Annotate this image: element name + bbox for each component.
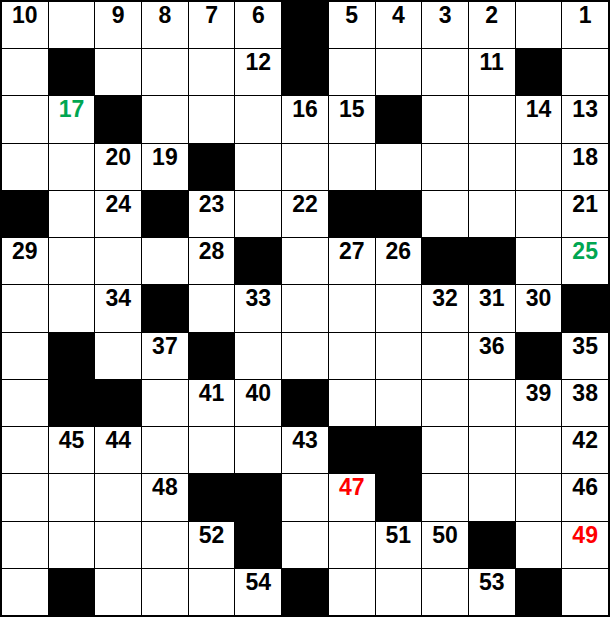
- white-cell-r10c5[interactable]: [189, 427, 235, 473]
- white-cell-r9c9[interactable]: [376, 380, 422, 426]
- clue-number-41: 41: [199, 380, 225, 405]
- white-cell-r4c1[interactable]: [2, 144, 48, 190]
- clue-number-23: 23: [199, 191, 225, 216]
- clue-number-13: 13: [572, 96, 598, 121]
- clue-number-31: 31: [479, 285, 505, 310]
- black-cell-r11c5: [189, 474, 235, 520]
- white-cell-r13c3[interactable]: [95, 569, 141, 615]
- clue-number-54: 54: [246, 569, 272, 594]
- white-cell-r2c4[interactable]: [142, 49, 188, 95]
- clue-number-3: 3: [439, 2, 452, 27]
- black-cell-r5c1: [2, 191, 48, 237]
- white-cell-r8c1[interactable]: [2, 333, 48, 379]
- white-cell-r5c3[interactable]: 24: [95, 191, 141, 237]
- white-cell-r12c5[interactable]: 52: [189, 522, 235, 568]
- white-cell-r2c8[interactable]: [329, 49, 375, 95]
- white-cell-r3c4[interactable]: [142, 96, 188, 142]
- black-cell-r2c2: [49, 49, 95, 95]
- white-cell-r10c13[interactable]: 42: [562, 427, 608, 473]
- white-cell-r3c2[interactable]: 17: [49, 96, 95, 142]
- white-cell-r1c2[interactable]: [49, 2, 95, 48]
- white-cell-r7c3[interactable]: 34: [95, 285, 141, 331]
- white-cell-r11c8[interactable]: 47: [329, 474, 375, 520]
- white-cell-r12c9[interactable]: 51: [376, 522, 422, 568]
- clue-number-27: 27: [339, 238, 365, 263]
- white-cell-r4c11[interactable]: [469, 144, 515, 190]
- white-cell-r13c6[interactable]: 54: [235, 569, 281, 615]
- clue-number-44: 44: [105, 427, 131, 452]
- clue-number-38: 38: [572, 380, 598, 405]
- clue-number-22: 22: [292, 191, 318, 216]
- white-cell-r10c6[interactable]: [235, 427, 281, 473]
- white-cell-r11c3[interactable]: [95, 474, 141, 520]
- white-cell-r6c1[interactable]: 29: [2, 238, 48, 284]
- white-cell-r9c6[interactable]: 40: [235, 380, 281, 426]
- white-cell-r1c11[interactable]: 2: [469, 2, 515, 48]
- white-cell-r12c13[interactable]: 49: [562, 522, 608, 568]
- white-cell-r3c10[interactable]: [422, 96, 468, 142]
- black-cell-r13c2: [49, 569, 95, 615]
- white-cell-r8c11[interactable]: 36: [469, 333, 515, 379]
- white-cell-r9c10[interactable]: [422, 380, 468, 426]
- white-cell-r5c6[interactable]: [235, 191, 281, 237]
- white-cell-r2c1[interactable]: [2, 49, 48, 95]
- white-cell-r5c11[interactable]: [469, 191, 515, 237]
- white-cell-r13c5[interactable]: [189, 569, 235, 615]
- white-cell-r8c8[interactable]: [329, 333, 375, 379]
- black-cell-r12c6: [235, 522, 281, 568]
- black-cell-r10c9: [376, 427, 422, 473]
- white-cell-r13c11[interactable]: 53: [469, 569, 515, 615]
- white-cell-r13c9[interactable]: [376, 569, 422, 615]
- white-cell-r2c6[interactable]: 12: [235, 49, 281, 95]
- clue-number-28: 28: [199, 238, 225, 263]
- white-cell-r5c10[interactable]: [422, 191, 468, 237]
- clue-number-51: 51: [386, 522, 412, 547]
- clue-number-29: 29: [12, 238, 38, 263]
- white-cell-r3c1[interactable]: [2, 96, 48, 142]
- white-cell-r2c3[interactable]: [95, 49, 141, 95]
- white-cell-r11c13[interactable]: 46: [562, 474, 608, 520]
- white-cell-r12c2[interactable]: [49, 522, 95, 568]
- white-cell-r7c1[interactable]: [2, 285, 48, 331]
- clue-number-26: 26: [386, 238, 412, 263]
- clue-number-21: 21: [572, 191, 598, 216]
- clue-number-47: 47: [339, 474, 365, 499]
- black-cell-r12c11: [469, 522, 515, 568]
- white-cell-r6c9[interactable]: 26: [376, 238, 422, 284]
- white-cell-r8c13[interactable]: 35: [562, 333, 608, 379]
- white-cell-r10c4[interactable]: [142, 427, 188, 473]
- white-cell-r3c12[interactable]: 14: [516, 96, 562, 142]
- clue-number-7: 7: [205, 2, 218, 27]
- clue-number-48: 48: [152, 474, 178, 499]
- clue-number-6: 6: [252, 2, 265, 27]
- white-cell-r5c2[interactable]: [49, 191, 95, 237]
- clue-number-45: 45: [59, 427, 85, 452]
- clue-number-36: 36: [479, 333, 505, 358]
- clue-number-12: 12: [246, 49, 272, 74]
- white-cell-r3c8[interactable]: 15: [329, 96, 375, 142]
- black-cell-r13c7: [282, 569, 328, 615]
- white-cell-r1c6[interactable]: 6: [235, 2, 281, 48]
- clue-number-8: 8: [159, 2, 172, 27]
- white-cell-r4c7[interactable]: [282, 144, 328, 190]
- white-cell-r6c5[interactable]: 28: [189, 238, 235, 284]
- black-cell-r7c4: [142, 285, 188, 331]
- white-cell-r1c13[interactable]: 1: [562, 2, 608, 48]
- clue-number-43: 43: [292, 427, 318, 452]
- white-cell-r12c3[interactable]: [95, 522, 141, 568]
- clue-number-2: 2: [485, 2, 498, 27]
- white-cell-r4c9[interactable]: [376, 144, 422, 190]
- white-cell-r1c10[interactable]: 3: [422, 2, 468, 48]
- clue-number-34: 34: [105, 285, 131, 310]
- black-cell-r8c2: [49, 333, 95, 379]
- black-cell-r11c9: [376, 474, 422, 520]
- clue-number-20: 20: [105, 144, 131, 169]
- clue-number-24: 24: [105, 191, 131, 216]
- clue-number-10: 10: [12, 2, 38, 27]
- clue-number-4: 4: [392, 2, 405, 27]
- white-cell-r11c4[interactable]: 48: [142, 474, 188, 520]
- black-cell-r1c7: [282, 2, 328, 48]
- white-cell-r10c12[interactable]: [516, 427, 562, 473]
- black-cell-r5c8: [329, 191, 375, 237]
- white-cell-r6c2[interactable]: [49, 238, 95, 284]
- white-cell-r13c13[interactable]: [562, 569, 608, 615]
- black-cell-r4c5: [189, 144, 235, 190]
- clue-number-46: 46: [572, 474, 598, 499]
- white-cell-r11c11[interactable]: [469, 474, 515, 520]
- white-cell-r9c1[interactable]: [2, 380, 48, 426]
- white-cell-r4c2[interactable]: [49, 144, 95, 190]
- black-cell-r3c9: [376, 96, 422, 142]
- white-cell-r10c1[interactable]: [2, 427, 48, 473]
- white-cell-r4c3[interactable]: 20: [95, 144, 141, 190]
- clue-number-19: 19: [152, 144, 178, 169]
- white-cell-r7c10[interactable]: 32: [422, 285, 468, 331]
- white-cell-r3c7[interactable]: 16: [282, 96, 328, 142]
- clue-number-14: 14: [526, 96, 552, 121]
- white-cell-r8c3[interactable]: [95, 333, 141, 379]
- white-cell-r6c8[interactable]: 27: [329, 238, 375, 284]
- white-cell-r6c13[interactable]: 25: [562, 238, 608, 284]
- clue-number-53: 53: [479, 569, 505, 594]
- white-cell-r9c13[interactable]: 38: [562, 380, 608, 426]
- white-cell-r2c10[interactable]: [422, 49, 468, 95]
- white-cell-r9c11[interactable]: [469, 380, 515, 426]
- black-cell-r11c6: [235, 474, 281, 520]
- clue-number-16: 16: [292, 96, 318, 121]
- clue-number-40: 40: [246, 380, 272, 405]
- clue-number-52: 52: [199, 522, 225, 547]
- white-cell-r2c13[interactable]: [562, 49, 608, 95]
- white-cell-r10c11[interactable]: [469, 427, 515, 473]
- clue-number-49: 49: [572, 522, 598, 547]
- white-cell-r13c10[interactable]: [422, 569, 468, 615]
- white-cell-r8c7[interactable]: [282, 333, 328, 379]
- white-cell-r8c6[interactable]: [235, 333, 281, 379]
- white-cell-r1c5[interactable]: 7: [189, 2, 235, 48]
- white-cell-r1c4[interactable]: 8: [142, 2, 188, 48]
- white-cell-r4c4[interactable]: 19: [142, 144, 188, 190]
- white-cell-r10c7[interactable]: 43: [282, 427, 328, 473]
- clue-number-30: 30: [526, 285, 552, 310]
- white-cell-r9c12[interactable]: 39: [516, 380, 562, 426]
- white-cell-r7c6[interactable]: 33: [235, 285, 281, 331]
- white-cell-r1c3[interactable]: 9: [95, 2, 141, 48]
- white-cell-r1c12[interactable]: [516, 2, 562, 48]
- crossword-grid: 1098765432112111716151413201918242322212…: [0, 0, 610, 617]
- clue-number-5: 5: [345, 2, 358, 27]
- white-cell-r6c7[interactable]: [282, 238, 328, 284]
- white-cell-r5c7[interactable]: 22: [282, 191, 328, 237]
- white-cell-r6c12[interactable]: [516, 238, 562, 284]
- white-cell-r8c4[interactable]: 37: [142, 333, 188, 379]
- white-cell-r12c4[interactable]: [142, 522, 188, 568]
- clue-number-25: 25: [572, 238, 598, 263]
- white-cell-r1c9[interactable]: 4: [376, 2, 422, 48]
- white-cell-r12c1[interactable]: [2, 522, 48, 568]
- black-cell-r6c10: [422, 238, 468, 284]
- white-cell-r7c5[interactable]: [189, 285, 235, 331]
- black-cell-r9c7: [282, 380, 328, 426]
- white-cell-r10c2[interactable]: 45: [49, 427, 95, 473]
- white-cell-r8c10[interactable]: [422, 333, 468, 379]
- black-cell-r5c9: [376, 191, 422, 237]
- white-cell-r11c1[interactable]: [2, 474, 48, 520]
- clue-number-17: 17: [59, 96, 85, 121]
- white-cell-r7c9[interactable]: [376, 285, 422, 331]
- white-cell-r5c5[interactable]: 23: [189, 191, 235, 237]
- white-cell-r13c8[interactable]: [329, 569, 375, 615]
- white-cell-r6c3[interactable]: [95, 238, 141, 284]
- black-cell-r8c5: [189, 333, 235, 379]
- white-cell-r3c11[interactable]: [469, 96, 515, 142]
- white-cell-r11c12[interactable]: [516, 474, 562, 520]
- white-cell-r4c8[interactable]: [329, 144, 375, 190]
- clue-number-15: 15: [339, 96, 365, 121]
- white-cell-r8c9[interactable]: [376, 333, 422, 379]
- white-cell-r4c10[interactable]: [422, 144, 468, 190]
- white-cell-r12c7[interactable]: [282, 522, 328, 568]
- white-cell-r3c13[interactable]: 13: [562, 96, 608, 142]
- white-cell-r7c12[interactable]: 30: [516, 285, 562, 331]
- white-cell-r9c4[interactable]: [142, 380, 188, 426]
- black-cell-r9c3: [95, 380, 141, 426]
- black-cell-r2c12: [516, 49, 562, 95]
- white-cell-r1c8[interactable]: 5: [329, 2, 375, 48]
- white-cell-r9c8[interactable]: [329, 380, 375, 426]
- black-cell-r6c11: [469, 238, 515, 284]
- white-cell-r11c7[interactable]: [282, 474, 328, 520]
- white-cell-r4c6[interactable]: [235, 144, 281, 190]
- white-cell-r12c10[interactable]: 50: [422, 522, 468, 568]
- white-cell-r11c2[interactable]: [49, 474, 95, 520]
- black-cell-r6c6: [235, 238, 281, 284]
- clue-number-35: 35: [572, 333, 598, 358]
- white-cell-r9c5[interactable]: 41: [189, 380, 235, 426]
- white-cell-r13c4[interactable]: [142, 569, 188, 615]
- white-cell-r7c11[interactable]: 31: [469, 285, 515, 331]
- white-cell-r7c8[interactable]: [329, 285, 375, 331]
- black-cell-r10c8: [329, 427, 375, 473]
- white-cell-r10c3[interactable]: 44: [95, 427, 141, 473]
- black-cell-r8c12: [516, 333, 562, 379]
- white-cell-r7c7[interactable]: [282, 285, 328, 331]
- clue-number-1: 1: [579, 2, 592, 27]
- white-cell-r13c1[interactable]: [2, 569, 48, 615]
- white-cell-r6c4[interactable]: [142, 238, 188, 284]
- clue-number-33: 33: [246, 285, 272, 310]
- black-cell-r2c7: [282, 49, 328, 95]
- white-cell-r12c12[interactable]: [516, 522, 562, 568]
- clue-number-9: 9: [112, 2, 125, 27]
- white-cell-r2c5[interactable]: [189, 49, 235, 95]
- clue-number-32: 32: [432, 285, 458, 310]
- black-cell-r7c13: [562, 285, 608, 331]
- white-cell-r5c13[interactable]: 21: [562, 191, 608, 237]
- white-cell-r11c10[interactable]: [422, 474, 468, 520]
- white-cell-r3c6[interactable]: [235, 96, 281, 142]
- clue-number-39: 39: [526, 380, 552, 405]
- clue-number-37: 37: [152, 333, 178, 358]
- white-cell-r4c12[interactable]: [516, 144, 562, 190]
- white-cell-r10c10[interactable]: [422, 427, 468, 473]
- white-cell-r5c12[interactable]: [516, 191, 562, 237]
- white-cell-r1c1[interactable]: 10: [2, 2, 48, 48]
- clue-number-18: 18: [572, 144, 598, 169]
- white-cell-r3c5[interactable]: [189, 96, 235, 142]
- black-cell-r5c4: [142, 191, 188, 237]
- white-cell-r12c8[interactable]: [329, 522, 375, 568]
- white-cell-r7c2[interactable]: [49, 285, 95, 331]
- black-cell-r3c3: [95, 96, 141, 142]
- clue-number-50: 50: [432, 522, 458, 547]
- white-cell-r2c9[interactable]: [376, 49, 422, 95]
- black-cell-r13c12: [516, 569, 562, 615]
- clue-number-42: 42: [572, 427, 598, 452]
- white-cell-r4c13[interactable]: 18: [562, 144, 608, 190]
- black-cell-r9c2: [49, 380, 95, 426]
- white-cell-r2c11[interactable]: 11: [469, 49, 515, 95]
- clue-number-11: 11: [480, 49, 504, 74]
